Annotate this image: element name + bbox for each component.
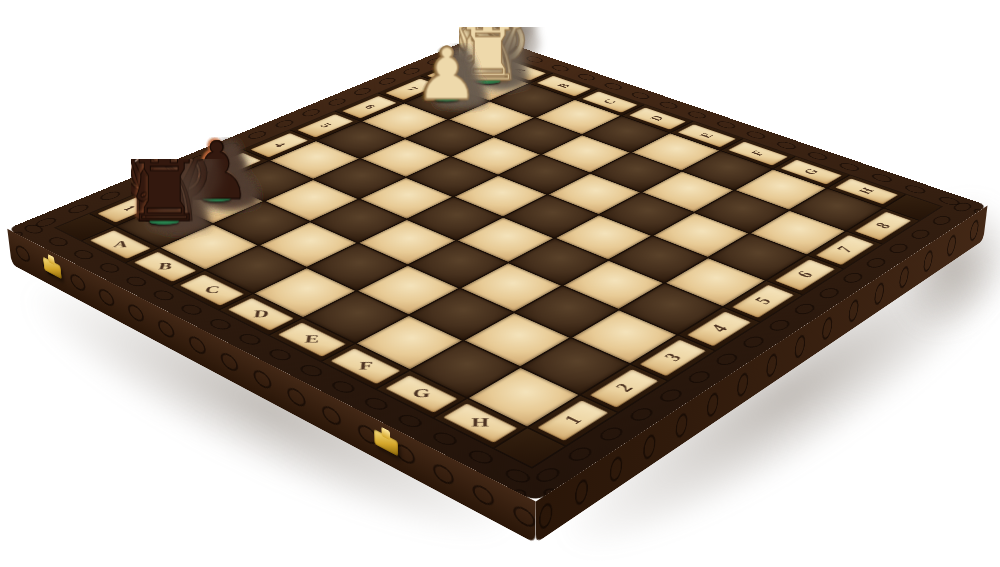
piece-glyph: ♜ [124,150,204,232]
frame-corner [495,428,564,467]
brass-clasp-left [42,256,61,279]
frame-corner [56,214,114,240]
brass-clasp-front [374,429,398,457]
scene: ABCDEFGH8877665544332211ABCDEFGH ♜♞♝♚♛♝♞… [0,0,1000,567]
dark-rook-a1: ♜ [131,159,198,226]
coordinate-plaque: F [728,142,787,166]
rank-label-2-right: 2 [582,365,667,412]
